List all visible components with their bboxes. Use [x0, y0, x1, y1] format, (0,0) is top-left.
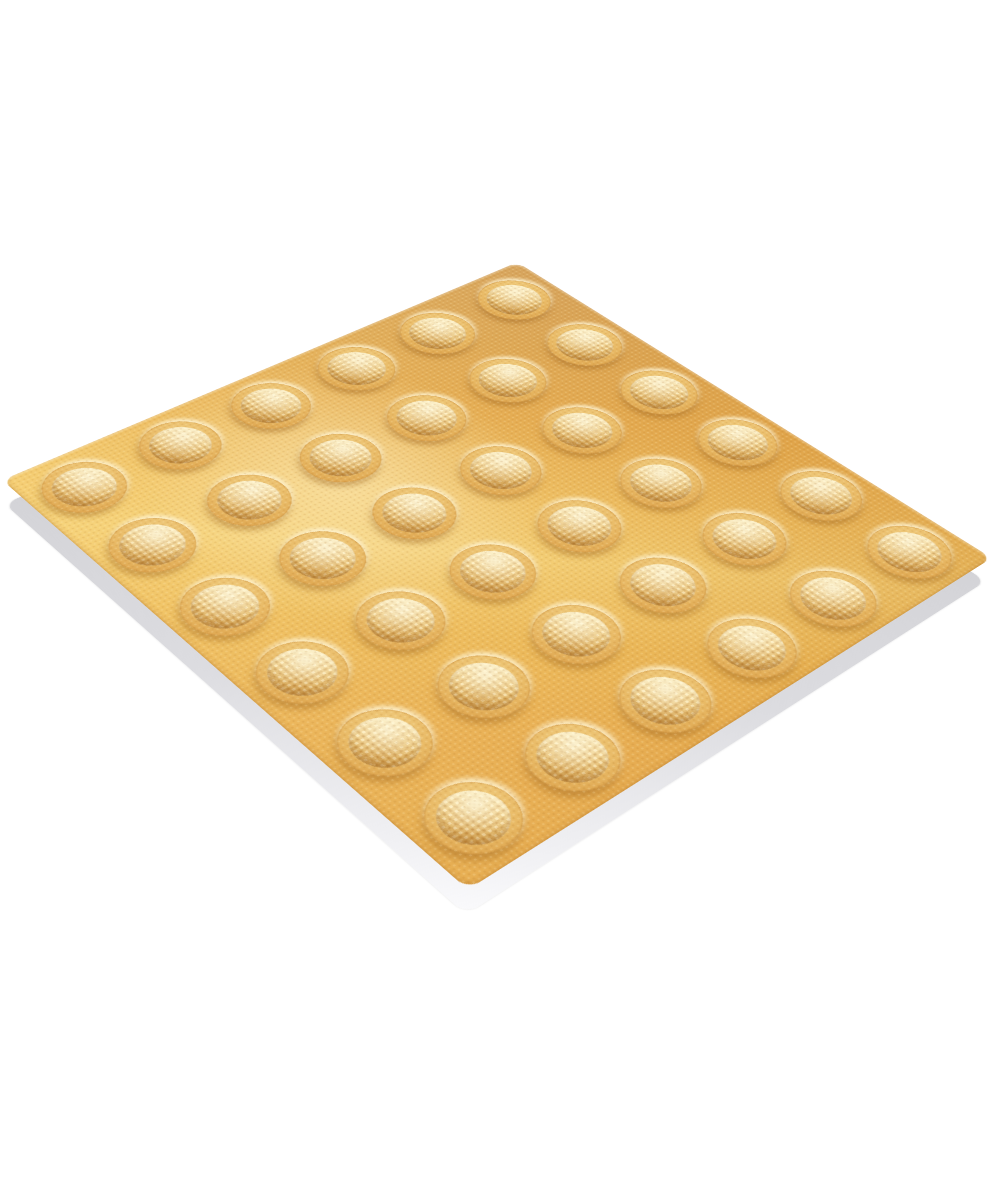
product-photo-scene	[0, 0, 1000, 1200]
tile-top-face	[2, 262, 992, 889]
dome-grid	[2, 262, 992, 889]
